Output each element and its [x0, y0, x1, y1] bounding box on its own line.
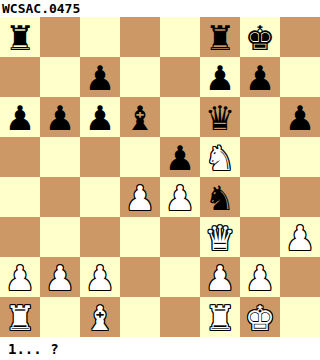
piece-black-pawn[interactable]: ♟ [165, 139, 195, 177]
square-a3[interactable] [0, 217, 40, 257]
square-a4[interactable] [0, 177, 40, 217]
square-f8[interactable]: ♜ [200, 17, 240, 57]
piece-black-pawn[interactable]: ♟ [205, 59, 235, 97]
square-d4[interactable]: ♟ [120, 177, 160, 217]
piece-black-pawn[interactable]: ♟ [5, 99, 35, 137]
square-c7[interactable]: ♟ [80, 57, 120, 97]
piece-black-bishop[interactable]: ♝ [125, 99, 155, 137]
piece-white-pawn[interactable]: ♟ [125, 179, 155, 217]
square-a1[interactable]: ♜ [0, 297, 40, 337]
piece-white-pawn[interactable]: ♟ [165, 179, 195, 217]
square-e3[interactable] [160, 217, 200, 257]
square-f3[interactable]: ♛ [200, 217, 240, 257]
square-a5[interactable] [0, 137, 40, 177]
square-e6[interactable] [160, 97, 200, 137]
square-a2[interactable]: ♟ [0, 257, 40, 297]
piece-white-pawn[interactable]: ♟ [245, 259, 275, 297]
square-a8[interactable]: ♜ [0, 17, 40, 57]
square-e7[interactable] [160, 57, 200, 97]
square-h7[interactable] [280, 57, 320, 97]
square-g8[interactable]: ♚ [240, 17, 280, 57]
piece-black-knight[interactable]: ♞ [205, 179, 235, 217]
square-g1[interactable]: ♚ [240, 297, 280, 337]
square-b7[interactable] [40, 57, 80, 97]
square-e2[interactable] [160, 257, 200, 297]
square-h3[interactable]: ♟ [280, 217, 320, 257]
piece-black-pawn[interactable]: ♟ [245, 59, 275, 97]
square-h6[interactable]: ♟ [280, 97, 320, 137]
piece-black-queen[interactable]: ♛ [205, 99, 235, 137]
square-b2[interactable]: ♟ [40, 257, 80, 297]
square-d6[interactable]: ♝ [120, 97, 160, 137]
chess-program-window: WCSAC.0475 ♜♜♚♟♟♟♟♟♟♝♛♟♟♞♟♟♞♛♟♟♟♟♟♟♜♝♜♚ … [0, 0, 320, 360]
piece-white-pawn[interactable]: ♟ [205, 259, 235, 297]
square-f5[interactable]: ♞ [200, 137, 240, 177]
square-g3[interactable] [240, 217, 280, 257]
square-d7[interactable] [120, 57, 160, 97]
square-g7[interactable]: ♟ [240, 57, 280, 97]
piece-white-pawn[interactable]: ♟ [45, 259, 75, 297]
piece-black-rook[interactable]: ♜ [205, 19, 235, 57]
piece-black-pawn[interactable]: ♟ [85, 99, 115, 137]
piece-black-king[interactable]: ♚ [245, 19, 275, 57]
piece-white-pawn[interactable]: ♟ [285, 219, 315, 257]
square-b8[interactable] [40, 17, 80, 57]
square-c3[interactable] [80, 217, 120, 257]
square-f7[interactable]: ♟ [200, 57, 240, 97]
title-bar: WCSAC.0475 [0, 0, 320, 17]
square-a6[interactable]: ♟ [0, 97, 40, 137]
square-c5[interactable] [80, 137, 120, 177]
square-a7[interactable] [0, 57, 40, 97]
square-e4[interactable]: ♟ [160, 177, 200, 217]
square-g6[interactable] [240, 97, 280, 137]
puzzle-title: WCSAC.0475 [0, 0, 80, 17]
square-d5[interactable] [120, 137, 160, 177]
square-b5[interactable] [40, 137, 80, 177]
square-g2[interactable]: ♟ [240, 257, 280, 297]
square-f6[interactable]: ♛ [200, 97, 240, 137]
square-c4[interactable] [80, 177, 120, 217]
square-e5[interactable]: ♟ [160, 137, 200, 177]
square-h2[interactable] [280, 257, 320, 297]
piece-white-rook[interactable]: ♜ [5, 299, 35, 337]
piece-white-king[interactable]: ♚ [245, 299, 275, 337]
piece-white-queen[interactable]: ♛ [205, 219, 235, 257]
square-d3[interactable] [120, 217, 160, 257]
square-c2[interactable]: ♟ [80, 257, 120, 297]
piece-white-rook[interactable]: ♜ [205, 299, 235, 337]
square-c6[interactable]: ♟ [80, 97, 120, 137]
square-c1[interactable]: ♝ [80, 297, 120, 337]
square-h5[interactable] [280, 137, 320, 177]
square-d8[interactable] [120, 17, 160, 57]
square-e1[interactable] [160, 297, 200, 337]
square-d1[interactable] [120, 297, 160, 337]
status-bar: 1... ? [0, 337, 320, 360]
square-b3[interactable] [40, 217, 80, 257]
move-prompt: 1... ? [0, 341, 59, 357]
square-h4[interactable] [280, 177, 320, 217]
square-f2[interactable]: ♟ [200, 257, 240, 297]
square-h1[interactable] [280, 297, 320, 337]
chess-board[interactable]: ♜♜♚♟♟♟♟♟♟♝♛♟♟♞♟♟♞♛♟♟♟♟♟♟♜♝♜♚ [0, 17, 320, 337]
square-g5[interactable] [240, 137, 280, 177]
square-c8[interactable] [80, 17, 120, 57]
square-d2[interactable] [120, 257, 160, 297]
square-g4[interactable] [240, 177, 280, 217]
square-f1[interactable]: ♜ [200, 297, 240, 337]
square-b6[interactable]: ♟ [40, 97, 80, 137]
piece-black-pawn[interactable]: ♟ [285, 99, 315, 137]
piece-white-knight[interactable]: ♞ [205, 139, 235, 177]
square-f4[interactable]: ♞ [200, 177, 240, 217]
piece-white-bishop[interactable]: ♝ [85, 299, 115, 337]
square-h8[interactable] [280, 17, 320, 57]
piece-black-pawn[interactable]: ♟ [85, 59, 115, 97]
square-b4[interactable] [40, 177, 80, 217]
square-e8[interactable] [160, 17, 200, 57]
piece-black-rook[interactable]: ♜ [5, 19, 35, 57]
piece-black-pawn[interactable]: ♟ [45, 99, 75, 137]
piece-white-pawn[interactable]: ♟ [5, 259, 35, 297]
square-b1[interactable] [40, 297, 80, 337]
piece-white-pawn[interactable]: ♟ [85, 259, 115, 297]
